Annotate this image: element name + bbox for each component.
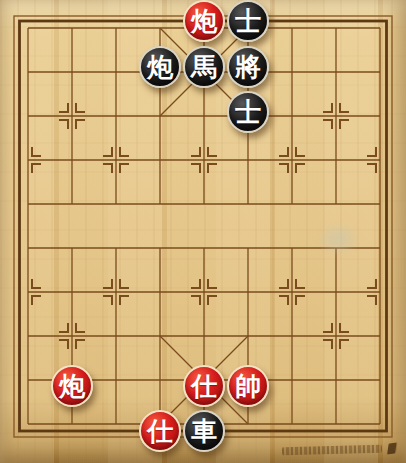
- board-point[interactable]: [182, 226, 226, 270]
- xiangqi-board: 炮士炮馬將士炮仕帥仕車: [0, 0, 406, 463]
- board-point[interactable]: [50, 402, 94, 446]
- board-point[interactable]: [226, 402, 270, 446]
- board-point[interactable]: [94, 138, 138, 182]
- board-point[interactable]: [50, 6, 94, 50]
- board-point[interactable]: [182, 94, 226, 138]
- board-point[interactable]: [6, 358, 50, 402]
- board-point[interactable]: [314, 182, 358, 226]
- board-grid: 炮士炮馬將士炮仕帥仕車: [6, 6, 402, 446]
- board-point[interactable]: [314, 270, 358, 314]
- board-point[interactable]: [138, 226, 182, 270]
- board-point[interactable]: [50, 314, 94, 358]
- board-point[interactable]: [138, 314, 182, 358]
- board-point[interactable]: [182, 270, 226, 314]
- board-point[interactable]: 將: [226, 50, 270, 94]
- board-point[interactable]: 士: [226, 94, 270, 138]
- board-point[interactable]: 炮: [182, 6, 226, 50]
- board-point[interactable]: [270, 138, 314, 182]
- board-point[interactable]: [358, 182, 402, 226]
- board-point[interactable]: [94, 402, 138, 446]
- board-point[interactable]: [358, 6, 402, 50]
- board-point[interactable]: 馬: [182, 50, 226, 94]
- board-point[interactable]: [6, 182, 50, 226]
- board-point[interactable]: [182, 138, 226, 182]
- board-point[interactable]: [6, 6, 50, 50]
- board-point[interactable]: [50, 270, 94, 314]
- red-cannon[interactable]: 炮: [51, 365, 93, 407]
- board-point[interactable]: [314, 138, 358, 182]
- board-point[interactable]: [94, 6, 138, 50]
- board-point[interactable]: [6, 50, 50, 94]
- board-point[interactable]: [226, 182, 270, 226]
- board-point[interactable]: [270, 270, 314, 314]
- board-point[interactable]: 仕: [138, 402, 182, 446]
- board-point[interactable]: [6, 226, 50, 270]
- board-point[interactable]: 炮: [138, 50, 182, 94]
- board-point[interactable]: [270, 94, 314, 138]
- board-point[interactable]: [226, 314, 270, 358]
- board-point[interactable]: [226, 226, 270, 270]
- red-advisor[interactable]: 仕: [183, 365, 225, 407]
- black-advisor[interactable]: 士: [227, 91, 269, 133]
- board-point[interactable]: [314, 314, 358, 358]
- black-cannon[interactable]: 炮: [139, 46, 181, 88]
- red-cannon[interactable]: 炮: [183, 0, 225, 42]
- board-point[interactable]: [94, 270, 138, 314]
- board-point[interactable]: [6, 314, 50, 358]
- board-point[interactable]: [358, 138, 402, 182]
- board-point[interactable]: [358, 314, 402, 358]
- board-point[interactable]: [270, 402, 314, 446]
- board-point[interactable]: 仕: [182, 358, 226, 402]
- board-point[interactable]: [94, 226, 138, 270]
- board-point[interactable]: [314, 6, 358, 50]
- board-point[interactable]: [226, 270, 270, 314]
- board-point[interactable]: [6, 138, 50, 182]
- board-point[interactable]: [314, 402, 358, 446]
- board-point[interactable]: [50, 138, 94, 182]
- board-point[interactable]: [94, 314, 138, 358]
- board-point[interactable]: [270, 358, 314, 402]
- board-point[interactable]: [358, 50, 402, 94]
- board-point[interactable]: [314, 226, 358, 270]
- board-point[interactable]: [50, 226, 94, 270]
- black-advisor[interactable]: 士: [227, 0, 269, 42]
- board-point[interactable]: [94, 182, 138, 226]
- board-point[interactable]: [226, 138, 270, 182]
- board-point[interactable]: [138, 182, 182, 226]
- board-point[interactable]: 帥: [226, 358, 270, 402]
- board-point[interactable]: [94, 358, 138, 402]
- board-point[interactable]: [6, 270, 50, 314]
- red-advisor[interactable]: 仕: [139, 410, 181, 452]
- board-point[interactable]: [358, 358, 402, 402]
- board-point[interactable]: [270, 50, 314, 94]
- board-point[interactable]: [270, 314, 314, 358]
- board-point[interactable]: [138, 138, 182, 182]
- board-point[interactable]: [358, 94, 402, 138]
- board-point[interactable]: [138, 358, 182, 402]
- board-point[interactable]: [138, 270, 182, 314]
- board-point[interactable]: [358, 402, 402, 446]
- board-point[interactable]: [138, 94, 182, 138]
- board-point[interactable]: [314, 50, 358, 94]
- black-general[interactable]: 將: [227, 46, 269, 88]
- board-point[interactable]: [314, 94, 358, 138]
- board-point[interactable]: [358, 226, 402, 270]
- board-point[interactable]: [270, 6, 314, 50]
- board-point[interactable]: 車: [182, 402, 226, 446]
- board-point[interactable]: [270, 226, 314, 270]
- board-point[interactable]: 士: [226, 6, 270, 50]
- board-point[interactable]: [50, 50, 94, 94]
- red-general[interactable]: 帥: [227, 365, 269, 407]
- board-point[interactable]: [94, 94, 138, 138]
- board-point[interactable]: 炮: [50, 358, 94, 402]
- board-point[interactable]: [138, 6, 182, 50]
- board-point[interactable]: [182, 182, 226, 226]
- board-point[interactable]: [6, 94, 50, 138]
- board-point[interactable]: [6, 402, 50, 446]
- black-chariot[interactable]: 車: [183, 410, 225, 452]
- board-point[interactable]: [182, 314, 226, 358]
- board-point[interactable]: [314, 358, 358, 402]
- board-point[interactable]: [270, 182, 314, 226]
- board-point[interactable]: [358, 270, 402, 314]
- board-point[interactable]: [94, 50, 138, 94]
- board-point[interactable]: [50, 182, 94, 226]
- board-point[interactable]: [50, 94, 94, 138]
- black-horse[interactable]: 馬: [183, 46, 225, 88]
